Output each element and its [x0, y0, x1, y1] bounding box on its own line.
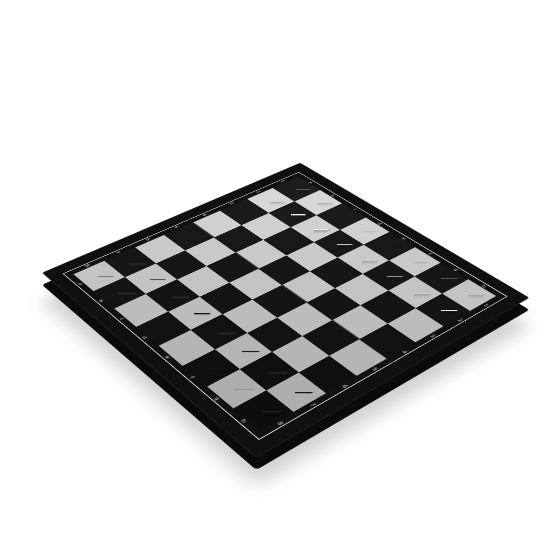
piece-black-rook[interactable]: ♜ [199, 355, 326, 421]
chess-board: abcdefgh abcdefgh 12345678 12345678 ♜♞♝♛… [42, 163, 530, 458]
board-squares: ♜♞♝♛♚♝♞♜♟♟♟♟♟♟♟♟♟♟♟♟♟♟♟♟♜♞♝♛♚♝♞♜ [73, 177, 496, 431]
square-h2[interactable]: ♟ [415, 293, 470, 326]
square-h8[interactable]: ♜ [233, 390, 294, 431]
product-photo-scene: abcdefgh abcdefgh 12345678 12345678 ♜♞♝♛… [0, 0, 550, 550]
